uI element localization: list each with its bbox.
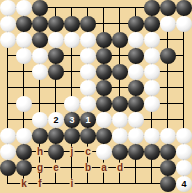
white-stone: 4	[176, 176, 192, 192]
intersection-7-10[interactable]: d	[112, 160, 128, 176]
intersection-0-7[interactable]	[0, 112, 16, 128]
intersection-8-6	[128, 96, 144, 112]
black-stone	[112, 64, 128, 80]
intersection-10-5[interactable]	[160, 80, 176, 96]
white-stone	[160, 128, 176, 144]
intersection-11-1	[176, 16, 192, 32]
white-stone	[80, 80, 96, 96]
black-stone	[48, 48, 64, 64]
white-stone	[176, 16, 192, 32]
intersection-6-2	[96, 32, 112, 48]
black-stone	[128, 80, 144, 96]
intersection-6-8	[96, 128, 112, 144]
intersection-4-8	[64, 128, 80, 144]
black-stone	[80, 16, 96, 32]
intersection-4-11[interactable]: i	[64, 176, 80, 192]
black-stone	[64, 16, 80, 32]
black-stone	[80, 128, 96, 144]
intersection-8-2	[128, 32, 144, 48]
move-number-1: 1	[85, 116, 90, 125]
intersection-4-4[interactable]	[64, 64, 80, 80]
intersection-10-3	[160, 48, 176, 64]
go-board: 231hjcgebadkfi4	[0, 0, 192, 192]
intersection-8-4	[128, 64, 144, 80]
intersection-7-5[interactable]	[112, 80, 128, 96]
intersection-1-5[interactable]	[16, 80, 32, 96]
white-stone	[176, 128, 192, 144]
intersection-3-11[interactable]	[48, 176, 64, 192]
white-stone	[128, 112, 144, 128]
letter-point-a[interactable]: a	[100, 163, 108, 173]
intersection-2-0	[32, 0, 48, 16]
white-stone	[16, 0, 32, 16]
white-stone	[144, 64, 160, 80]
black-stone	[48, 16, 64, 32]
intersection-5-1	[80, 16, 96, 32]
intersection-5-8	[80, 128, 96, 144]
intersection-10-1	[160, 16, 176, 32]
intersection-2-7	[32, 112, 48, 128]
letter-point-d[interactable]: d	[116, 163, 124, 173]
intersection-2-11[interactable]: f	[32, 176, 48, 192]
black-stone	[96, 64, 112, 80]
black-stone	[128, 48, 144, 64]
move-number-4: 4	[181, 180, 186, 189]
intersection-6-9	[96, 144, 112, 160]
white-stone	[144, 128, 160, 144]
intersection-7-6	[112, 96, 128, 112]
black-stone	[16, 16, 32, 32]
black-stone	[176, 0, 192, 16]
white-stone	[80, 48, 96, 64]
intersection-0-3[interactable]	[0, 48, 16, 64]
white-stone	[80, 96, 96, 112]
intersection-6-1[interactable]	[96, 16, 112, 32]
intersection-7-7	[112, 112, 128, 128]
intersection-10-2[interactable]	[160, 32, 176, 48]
intersection-5-9[interactable]: c	[80, 144, 96, 160]
intersection-5-4	[80, 64, 96, 80]
letter-point-b[interactable]: b	[84, 163, 92, 173]
black-stone: 1	[80, 112, 96, 128]
black-stone	[144, 16, 160, 32]
white-stone	[64, 96, 80, 112]
intersection-0-4[interactable]	[0, 64, 16, 80]
intersection-1-1	[16, 16, 32, 32]
intersection-6-6	[96, 96, 112, 112]
intersection-2-3	[32, 48, 48, 64]
intersection-1-0	[16, 0, 32, 16]
intersection-11-6[interactable]	[176, 96, 192, 112]
white-stone	[96, 112, 112, 128]
intersection-2-1	[32, 16, 48, 32]
black-stone	[160, 48, 176, 64]
intersection-6-3	[96, 48, 112, 64]
intersection-3-8	[48, 128, 64, 144]
intersection-0-6[interactable]	[0, 96, 16, 112]
intersection-1-9	[16, 144, 32, 160]
intersection-3-5[interactable]	[48, 80, 64, 96]
white-stone	[16, 48, 32, 64]
black-stone	[128, 144, 144, 160]
intersection-7-4	[112, 64, 128, 80]
intersection-8-11[interactable]	[128, 176, 144, 192]
intersection-11-0	[176, 0, 192, 16]
intersection-3-4	[48, 64, 64, 80]
white-stone	[96, 144, 112, 160]
intersection-9-9	[144, 144, 160, 160]
black-stone	[32, 16, 48, 32]
intersection-1-4[interactable]	[16, 64, 32, 80]
white-stone	[144, 80, 160, 96]
black-stone	[32, 32, 48, 48]
intersection-3-9	[48, 144, 64, 160]
white-stone	[144, 32, 160, 48]
intersection-2-4	[32, 64, 48, 80]
intersection-4-0[interactable]	[64, 0, 80, 16]
intersection-3-10[interactable]: e	[48, 160, 64, 176]
intersection-0-0	[0, 0, 16, 16]
intersection-7-0[interactable]	[112, 0, 128, 16]
intersection-4-5[interactable]	[64, 80, 80, 96]
black-stone	[48, 64, 64, 80]
intersection-1-11[interactable]: k	[16, 176, 32, 192]
intersection-8-3	[128, 48, 144, 64]
intersection-9-3	[144, 48, 160, 64]
intersection-1-3	[16, 48, 32, 64]
white-stone	[32, 64, 48, 80]
letter-point-i[interactable]: i	[70, 179, 75, 189]
black-stone	[112, 144, 128, 160]
intersection-2-2	[32, 32, 48, 48]
intersection-10-0	[160, 0, 176, 16]
black-stone	[96, 48, 112, 64]
letter-point-j[interactable]: j	[70, 147, 75, 157]
black-stone	[160, 0, 176, 16]
intersection-0-5[interactable]	[0, 80, 16, 96]
black-stone	[96, 128, 112, 144]
black-stone	[32, 128, 48, 144]
letter-point-h[interactable]: h	[36, 147, 44, 157]
letter-point-f[interactable]: f	[37, 179, 42, 189]
intersection-1-8	[16, 128, 32, 144]
intersection-4-3[interactable]	[64, 48, 80, 64]
white-stone	[16, 96, 32, 112]
intersection-9-6	[144, 96, 160, 112]
intersection-5-7: 1	[80, 112, 96, 128]
intersection-9-4	[144, 64, 160, 80]
white-stone	[80, 32, 96, 48]
intersection-10-4[interactable]	[160, 64, 176, 80]
intersection-11-3[interactable]	[176, 48, 192, 64]
intersection-2-5[interactable]	[32, 80, 48, 96]
intersection-7-3[interactable]	[112, 48, 128, 64]
intersection-11-11: 4	[176, 176, 192, 192]
intersection-9-11[interactable]	[144, 176, 160, 192]
intersection-2-10[interactable]: g	[32, 160, 48, 176]
intersection-11-8	[176, 128, 192, 144]
intersection-3-2	[48, 32, 64, 48]
black-stone	[144, 144, 160, 160]
intersection-10-11	[160, 176, 176, 192]
intersection-5-11[interactable]	[80, 176, 96, 192]
intersection-0-10	[0, 160, 16, 176]
intersection-4-9[interactable]: j	[64, 144, 80, 160]
white-stone	[176, 160, 192, 176]
white-stone	[128, 64, 144, 80]
black-stone	[16, 160, 32, 176]
white-stone	[64, 32, 80, 48]
intersection-0-11[interactable]	[0, 176, 16, 192]
black-stone	[64, 128, 80, 144]
intersection-8-8	[128, 128, 144, 144]
intersection-9-2	[144, 32, 160, 48]
intersection-10-7[interactable]	[160, 112, 176, 128]
black-stone	[128, 96, 144, 112]
intersection-5-10[interactable]: b	[80, 160, 96, 176]
intersection-8-5	[128, 80, 144, 96]
black-stone	[96, 32, 112, 48]
letter-point-e[interactable]: e	[52, 163, 60, 173]
intersection-10-6[interactable]	[160, 96, 176, 112]
intersection-6-11[interactable]	[96, 176, 112, 192]
intersection-4-2	[64, 32, 80, 48]
white-stone	[32, 112, 48, 128]
intersection-5-3	[80, 48, 96, 64]
intersection-8-7	[128, 112, 144, 128]
intersection-1-10	[16, 160, 32, 176]
intersection-5-6	[80, 96, 96, 112]
black-stone	[112, 32, 128, 48]
white-stone	[128, 32, 144, 48]
intersection-7-1[interactable]	[112, 16, 128, 32]
intersection-9-8	[144, 128, 160, 144]
intersection-7-8	[112, 128, 128, 144]
move-number-2: 2	[53, 116, 58, 125]
black-stone	[16, 144, 32, 160]
intersection-6-10[interactable]: a	[96, 160, 112, 176]
intersection-8-10[interactable]	[128, 160, 144, 176]
white-stone	[144, 48, 160, 64]
intersection-8-0[interactable]	[128, 0, 144, 16]
intersection-7-2	[112, 32, 128, 48]
black-stone	[32, 0, 48, 16]
intersection-11-9	[176, 144, 192, 160]
intersection-11-7[interactable]	[176, 112, 192, 128]
intersection-9-0	[144, 0, 160, 16]
intersection-11-10	[176, 160, 192, 176]
white-stone	[128, 128, 144, 144]
intersection-0-9	[0, 144, 16, 160]
black-stone	[0, 160, 16, 176]
intersection-5-5	[80, 80, 96, 96]
intersection-4-10[interactable]	[64, 160, 80, 176]
white-stone	[160, 16, 176, 32]
white-stone	[112, 128, 128, 144]
intersection-4-7: 3	[64, 112, 80, 128]
intersection-10-9	[160, 144, 176, 160]
intersection-3-0[interactable]	[48, 0, 64, 16]
intersection-6-7	[96, 112, 112, 128]
intersection-3-3	[48, 48, 64, 64]
white-stone: 2	[48, 112, 64, 128]
intersection-3-6[interactable]	[48, 96, 64, 112]
intersection-2-9[interactable]: h	[32, 144, 48, 160]
intersection-11-4[interactable]	[176, 64, 192, 80]
white-stone	[0, 16, 16, 32]
intersection-5-0[interactable]	[80, 0, 96, 16]
black-stone	[112, 96, 128, 112]
intersection-4-1	[64, 16, 80, 32]
black-stone: 3	[64, 112, 80, 128]
intersection-0-1	[0, 16, 16, 32]
black-stone	[144, 0, 160, 16]
white-stone	[0, 0, 16, 16]
white-stone	[0, 128, 16, 144]
intersection-7-11[interactable]	[112, 176, 128, 192]
black-stone	[48, 144, 64, 160]
white-stone	[144, 96, 160, 112]
intersection-9-1	[144, 16, 160, 32]
white-stone	[0, 144, 16, 160]
black-stone	[96, 96, 112, 112]
intersection-10-10	[160, 160, 176, 176]
intersection-0-2	[0, 32, 16, 48]
black-stone	[48, 128, 64, 144]
intersection-1-2	[16, 32, 32, 48]
white-stone	[80, 64, 96, 80]
intersection-6-5	[96, 80, 112, 96]
intersection-0-8	[0, 128, 16, 144]
black-stone	[160, 144, 176, 160]
white-stone	[32, 48, 48, 64]
intersection-3-7: 2	[48, 112, 64, 128]
intersection-11-2[interactable]	[176, 32, 192, 48]
go-board-diagram: 231hjcgebadkfi4	[0, 0, 192, 193]
letter-point-g[interactable]: g	[36, 163, 44, 173]
intersection-4-6	[64, 96, 80, 112]
white-stone	[48, 32, 64, 48]
white-stone	[16, 128, 32, 144]
white-stone	[0, 32, 16, 48]
intersection-8-1	[128, 16, 144, 32]
white-stone	[112, 112, 128, 128]
intersection-10-8	[160, 128, 176, 144]
white-stone	[16, 32, 32, 48]
intersection-2-6[interactable]	[32, 96, 48, 112]
intersection-6-0[interactable]	[96, 0, 112, 16]
move-number-3: 3	[69, 116, 74, 125]
intersection-11-5[interactable]	[176, 80, 192, 96]
intersection-9-5	[144, 80, 160, 96]
intersection-1-6	[16, 96, 32, 112]
intersection-9-7[interactable]	[144, 112, 160, 128]
letter-point-c[interactable]: c	[84, 147, 92, 157]
intersection-9-10[interactable]	[144, 160, 160, 176]
black-stone	[160, 160, 176, 176]
intersection-6-4	[96, 64, 112, 80]
intersection-1-7[interactable]	[16, 112, 32, 128]
white-stone	[176, 144, 192, 160]
black-stone	[96, 80, 112, 96]
black-stone	[128, 16, 144, 32]
intersection-5-2	[80, 32, 96, 48]
intersection-7-9	[112, 144, 128, 160]
intersection-3-1	[48, 16, 64, 32]
intersection-2-8	[32, 128, 48, 144]
letter-point-k[interactable]: k	[20, 179, 28, 189]
intersection-8-9	[128, 144, 144, 160]
black-stone	[160, 176, 176, 192]
